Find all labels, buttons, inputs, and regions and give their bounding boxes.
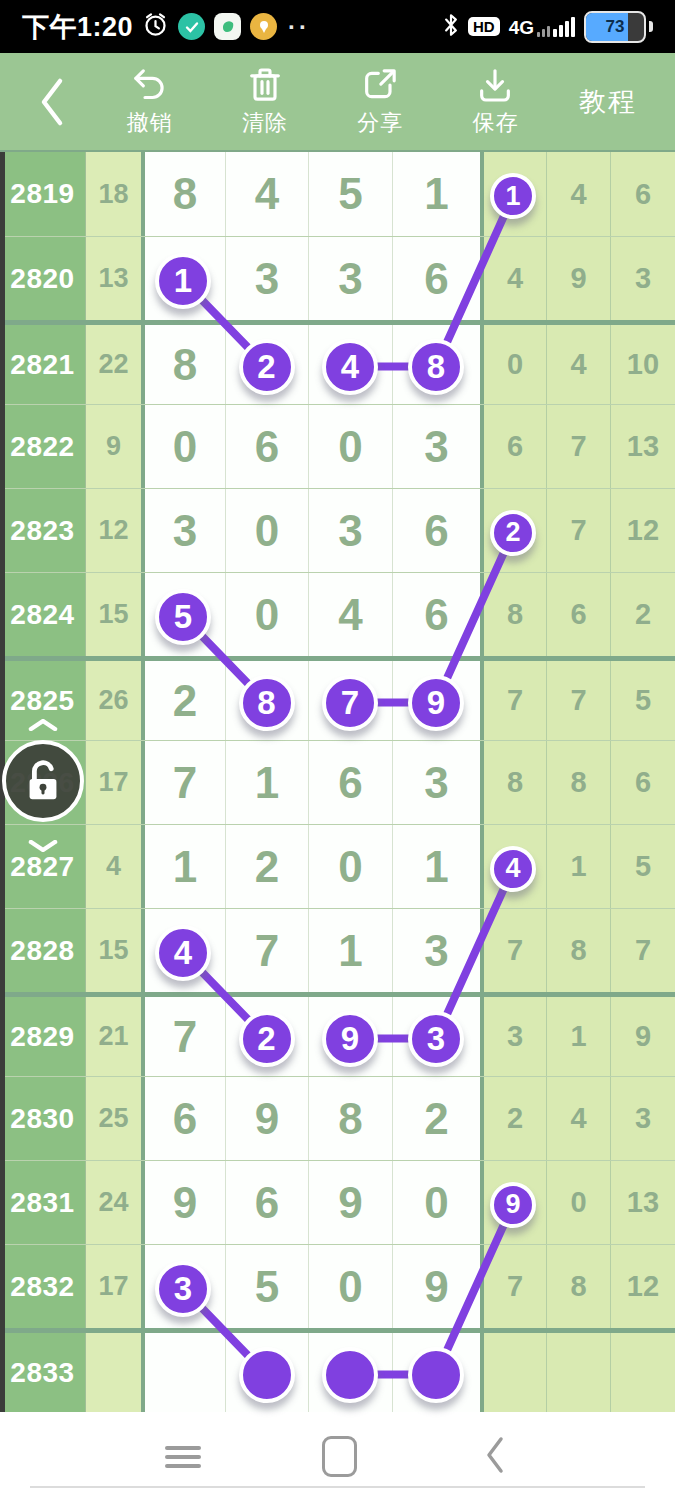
extra-cell[interactable]: 3 — [610, 1077, 675, 1160]
period-cell: 2827 — [0, 825, 85, 908]
extra-cell[interactable]: 5 — [610, 661, 675, 740]
digit-cell[interactable]: 6 — [225, 1161, 308, 1244]
digit-cell[interactable]: 9 — [141, 1161, 225, 1244]
digit-cell[interactable]: 1 — [392, 152, 480, 236]
extra-cell[interactable]: 7 — [546, 489, 610, 572]
annotation-circle[interactable]: 9 — [490, 1182, 536, 1228]
extra-cell[interactable]: 4 — [480, 237, 546, 320]
home-square-icon — [322, 1436, 357, 1477]
undo-button[interactable]: 撤销 — [92, 65, 207, 138]
digit-cell[interactable]: 8 — [308, 1077, 392, 1160]
digit-cell[interactable]: 1 — [225, 741, 308, 824]
hd-badge: HD — [468, 17, 500, 36]
toolbar: 撤销 清除 分享 保存 教程 — [0, 53, 675, 150]
digit-cell[interactable]: 0 — [141, 405, 225, 488]
digit-cell[interactable]: 9 — [392, 1245, 480, 1328]
signal-indicator: 4G — [509, 17, 575, 37]
period-cell: 2828 — [0, 909, 85, 992]
period-cell: 2821 — [0, 325, 85, 404]
unlock-icon — [20, 757, 66, 805]
table-row: 282741201415 — [0, 824, 675, 908]
extra-cell[interactable] — [480, 1333, 546, 1412]
period-cell: 2823 — [0, 489, 85, 572]
digit-cell[interactable]: 4 — [225, 152, 308, 236]
digit-cell[interactable]: 7 — [141, 741, 225, 824]
digit-cell[interactable]: 2 — [141, 661, 225, 740]
digit-cell[interactable]: 5 — [225, 1245, 308, 1328]
sum-cell: 9 — [85, 405, 141, 488]
digit-cell[interactable]: 1 — [392, 825, 480, 908]
clear-label: 清除 — [242, 108, 288, 138]
extra-cell[interactable]: 7 — [480, 661, 546, 740]
extra-cell[interactable]: 7 — [610, 909, 675, 992]
extra-cell[interactable] — [546, 1333, 610, 1412]
digit-cell[interactable]: 9 — [225, 1077, 308, 1160]
sum-cell: 13 — [85, 237, 141, 320]
period-cell: 2820 — [0, 237, 85, 320]
extra-cell[interactable]: 4 — [546, 325, 610, 404]
extra-cell[interactable]: 1 — [546, 997, 610, 1076]
annotation-circle[interactable]: 3 — [408, 1011, 464, 1067]
share-button[interactable]: 分享 — [323, 65, 438, 138]
annotation-circle[interactable]: 3 — [155, 1261, 211, 1317]
extra-cell[interactable]: 9 — [546, 237, 610, 320]
extra-cell[interactable]: 6 — [546, 573, 610, 656]
digit-cell[interactable]: 6 — [141, 1077, 225, 1160]
digit-cell[interactable]: 3 — [392, 741, 480, 824]
save-label: 保存 — [472, 108, 518, 138]
battery-icon: 73 — [584, 11, 646, 43]
extra-cell[interactable]: 0 — [546, 1161, 610, 1244]
table-row: 28312496909013 — [0, 1160, 675, 1244]
extra-cell[interactable]: 6 — [480, 405, 546, 488]
digit-cell[interactable]: 3 — [392, 405, 480, 488]
trash-icon — [245, 65, 285, 105]
period-cell: 2831 — [0, 1161, 85, 1244]
share-icon — [360, 65, 400, 105]
annotation-circle[interactable]: 4 — [155, 925, 211, 981]
period-cell: 2830 — [0, 1077, 85, 1160]
gesture-bar[interactable] — [30, 1486, 645, 1488]
digit-cell[interactable]: 7 — [225, 909, 308, 992]
table-row: 2826177163886 — [0, 740, 675, 824]
digit-cell[interactable]: 4 — [308, 573, 392, 656]
digit-cell[interactable]: 8 — [141, 152, 225, 236]
digit-cell[interactable]: 5 — [308, 152, 392, 236]
sum-cell: 15 — [85, 573, 141, 656]
sim1-signal-bars — [553, 17, 575, 37]
extra-cell[interactable]: 7 — [480, 1245, 546, 1328]
digit-cell[interactable]: 6 — [392, 237, 480, 320]
home-button[interactable] — [322, 1436, 357, 1477]
extra-cell[interactable]: 7 — [546, 661, 610, 740]
alarm-icon — [142, 11, 169, 42]
table-row: 28321735097812 — [0, 1244, 675, 1328]
extra-cell[interactable]: 8 — [546, 909, 610, 992]
annotation-circle[interactable]: 1 — [490, 173, 536, 219]
digit-cell[interactable]: 3 — [225, 237, 308, 320]
extra-cell[interactable]: 1 — [546, 825, 610, 908]
collapse-up-marker[interactable] — [28, 706, 58, 738]
extra-cell[interactable]: 9 — [610, 997, 675, 1076]
period-cell: 2833 — [0, 1333, 85, 1412]
collapse-down-marker[interactable] — [28, 827, 58, 859]
extra-cell[interactable]: 13 — [610, 405, 675, 488]
digit-cell[interactable]: 3 — [308, 489, 392, 572]
digit-cell[interactable]: 3 — [308, 237, 392, 320]
table-row: 2830256982243 — [0, 1076, 675, 1160]
period-cell: 2825 — [0, 661, 85, 740]
save-button[interactable]: 保存 — [438, 65, 553, 138]
extra-cell[interactable]: 2 — [610, 573, 675, 656]
sum-cell: 25 — [85, 1077, 141, 1160]
table-row: 2824155046862 — [0, 572, 675, 656]
network-type-label: 4G — [509, 18, 534, 37]
sum-cell: 17 — [85, 1245, 141, 1328]
extra-cell[interactable]: 7 — [546, 405, 610, 488]
digit-cell[interactable]: 0 — [225, 489, 308, 572]
extra-cell[interactable]: 8 — [480, 741, 546, 824]
table-row: 2828154713787 — [0, 908, 675, 992]
period-cell: 2822 — [0, 405, 85, 488]
lock-button[interactable] — [2, 740, 84, 822]
digit-cell[interactable]: 9 — [308, 1161, 392, 1244]
sum-cell: 17 — [85, 741, 141, 824]
extra-cell[interactable]: 6 — [610, 152, 675, 236]
share-label: 分享 — [357, 108, 403, 138]
digit-cell[interactable]: 0 — [308, 405, 392, 488]
extra-cell[interactable]: 6 — [610, 741, 675, 824]
extra-cell[interactable]: 13 — [610, 1161, 675, 1244]
digit-cell[interactable]: 0 — [225, 573, 308, 656]
extra-cell[interactable]: 2 — [480, 1077, 546, 1160]
trend-table: 2819188451146282013133649328212282480410… — [0, 150, 675, 1412]
more-notifications-dots: ·· — [288, 13, 310, 41]
location-app-icon — [250, 13, 277, 40]
period-cell: 2829 — [0, 997, 85, 1076]
status-bar-right: HD 4G 73 — [443, 11, 653, 43]
extra-cell[interactable]: 4 — [546, 152, 610, 236]
clock-time: 下午1:20 — [22, 9, 133, 45]
sum-cell: 22 — [85, 325, 141, 404]
sim2-signal-bars — [537, 26, 550, 37]
annotation-circle[interactable]: 8 — [408, 339, 464, 395]
annotation-circle[interactable]: 7 — [322, 675, 378, 731]
bluetooth-icon — [443, 12, 459, 42]
extra-cell[interactable]: 4 — [546, 1077, 610, 1160]
extra-cell[interactable]: 0 — [480, 325, 546, 404]
extra-cell[interactable]: 10 — [610, 325, 675, 404]
digit-cell[interactable]: 8 — [141, 325, 225, 404]
extra-cell[interactable]: 8 — [546, 1245, 610, 1328]
digit-cell[interactable]: 0 — [392, 1161, 480, 1244]
nav-back-button[interactable] — [484, 1436, 506, 1477]
sum-cell: 15 — [85, 909, 141, 992]
digit-cell[interactable]: 6 — [308, 741, 392, 824]
download-icon — [475, 65, 515, 105]
notification-icons — [178, 13, 277, 40]
extra-cell[interactable]: 5 — [610, 825, 675, 908]
annotation-circle[interactable]: 9 — [408, 675, 464, 731]
check-app-icon — [178, 13, 205, 40]
extra-cell[interactable]: 7 — [480, 909, 546, 992]
annotation-circle[interactable] — [322, 1347, 378, 1403]
status-bar: 下午1:20 ·· HD 4 — [0, 0, 675, 53]
sum-cell: 18 — [85, 152, 141, 236]
back-chevron-icon — [38, 76, 66, 128]
digit-cell[interactable]: 1 — [141, 825, 225, 908]
digit-cell[interactable]: 0 — [308, 1245, 392, 1328]
nav-back-chevron-icon — [484, 1436, 506, 1474]
undo-label: 撤销 — [127, 108, 173, 138]
sum-cell — [85, 1333, 141, 1412]
sum-cell: 26 — [85, 661, 141, 740]
digit-cell[interactable]: 2 — [392, 1077, 480, 1160]
extra-cell[interactable]: 3 — [480, 997, 546, 1076]
digit-cell[interactable]: 3 — [141, 489, 225, 572]
extra-cell[interactable]: 8 — [480, 573, 546, 656]
digit-cell[interactable]: 2 — [225, 825, 308, 908]
annotation-circle[interactable]: 1 — [155, 253, 211, 309]
annotation-circle[interactable]: 5 — [155, 589, 211, 645]
battery-nub — [649, 21, 653, 32]
annotation-circle[interactable]: 4 — [322, 339, 378, 395]
undo-icon — [130, 65, 170, 105]
period-cell: 2832 — [0, 1245, 85, 1328]
annotation-circle[interactable]: 4 — [490, 846, 536, 892]
clear-button[interactable]: 清除 — [207, 65, 322, 138]
period-cell: 2819 — [0, 152, 85, 236]
digit-cell[interactable]: 0 — [308, 825, 392, 908]
digit-cell[interactable] — [141, 1333, 225, 1412]
sum-cell: 24 — [85, 1161, 141, 1244]
extra-cell[interactable]: 8 — [546, 741, 610, 824]
annotation-circle[interactable]: 2 — [239, 339, 295, 395]
extra-cell[interactable]: 3 — [610, 237, 675, 320]
extra-cell[interactable]: 12 — [610, 1245, 675, 1328]
recents-button[interactable] — [165, 1441, 201, 1473]
extra-cell[interactable] — [610, 1333, 675, 1412]
back-button[interactable] — [12, 76, 92, 128]
annotation-circle[interactable]: 2 — [490, 510, 536, 556]
annotation-circle[interactable]: 2 — [239, 1011, 295, 1067]
table-row: 2822906036713 — [0, 404, 675, 488]
annotation-circle[interactable]: 9 — [322, 1011, 378, 1067]
sum-cell: 4 — [85, 825, 141, 908]
app-screen: 下午1:20 ·· HD 4 — [0, 0, 675, 1500]
battery-percent: 73 — [606, 17, 625, 37]
digit-cell[interactable]: 1 — [308, 909, 392, 992]
annotation-circle[interactable]: 8 — [239, 675, 295, 731]
tutorial-button[interactable]: 教程 — [553, 84, 663, 120]
digit-cell[interactable]: 6 — [225, 405, 308, 488]
digit-cell[interactable]: 6 — [392, 573, 480, 656]
extra-cell[interactable]: 12 — [610, 489, 675, 572]
table-row: 28231230362712 — [0, 488, 675, 572]
sum-cell: 12 — [85, 489, 141, 572]
digit-cell[interactable]: 3 — [392, 909, 480, 992]
annotation-circle[interactable] — [239, 1347, 295, 1403]
table-row: 2820131336493 — [0, 236, 675, 320]
digit-cell[interactable]: 7 — [141, 997, 225, 1076]
sum-cell: 21 — [85, 997, 141, 1076]
period-cell: 2824 — [0, 573, 85, 656]
table-row: 2819188451146 — [0, 152, 675, 236]
annotation-circle[interactable] — [408, 1347, 464, 1403]
leaf-app-icon — [214, 13, 241, 40]
digit-cell[interactable]: 6 — [392, 489, 480, 572]
